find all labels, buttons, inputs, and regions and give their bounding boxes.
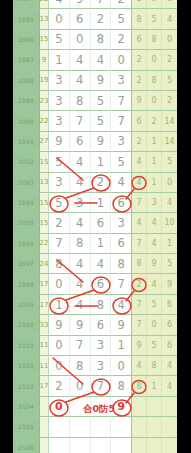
cell-digit3-2106 (91, 438, 112, 453)
cell-issue-2097: 2097 (13, 254, 40, 274)
cell-digit1-2104: 0 (49, 397, 70, 417)
cell-digit4-2097: 8 (111, 254, 132, 274)
cell-extra2-2101: 5 (147, 336, 162, 356)
cell-digit2-2106 (70, 438, 91, 453)
cell-digit2-2100: 9 (70, 315, 91, 335)
cell-digit3-2089: 5 (91, 91, 112, 111)
cell-issue-2095: 2095 (13, 213, 40, 233)
cell-digit1-2090: 3 (49, 111, 70, 131)
cell-sum-2088: 19 (40, 71, 49, 91)
cell-sum-2092: 15 (40, 152, 49, 172)
cell-digit1-2088: 3 (49, 71, 70, 91)
cell-issue-2100: 2100 (13, 315, 40, 335)
cell-digit4-2091: 3 (111, 132, 132, 152)
cell-extra1-2087: 2 (132, 50, 147, 70)
cell-digit3-2105 (91, 417, 112, 437)
cell-digit2-2094: 3 (70, 193, 91, 213)
cell-digit4-2085: 5 (111, 9, 132, 29)
cell-sum-2103: 17 (40, 376, 49, 396)
cell-extra1-2106 (132, 438, 147, 453)
cell-sum-2093: 13 (40, 173, 49, 193)
cell-extra2-2098: 4 (147, 274, 162, 294)
cell-digit1-2094: 5 (49, 193, 70, 213)
cell-sum-2099: 17 (40, 295, 49, 315)
cell-issue-2096: 2096 (13, 234, 40, 254)
cell-extra1-2102: 4 (132, 356, 147, 376)
cell-extra1-2088: 2 (132, 71, 147, 91)
cell-digit2-2102: 8 (70, 356, 91, 376)
cell-extra1-2098: 2 (132, 274, 147, 294)
cell-digit1-2093: 3 (49, 173, 70, 193)
cell-extra2-2093: 1 (147, 173, 162, 193)
cell-digit4-2090: 7 (111, 111, 132, 131)
cell-digit3-2103: 7 (91, 376, 112, 396)
cell-extra1-2086: 6 (132, 30, 147, 50)
cell-extra1-2093: 4 (132, 173, 147, 193)
cell-extra1-2092: 4 (132, 152, 147, 172)
cell-extra2-2085: 5 (147, 9, 162, 29)
cell-sum-2094: 15 (40, 193, 49, 213)
cell-issue-2092: 2092 (13, 152, 40, 172)
cell-digit4-2096: 6 (111, 234, 132, 254)
cell-digit2-2086: 0 (70, 30, 91, 50)
cell-digit3-2100: 6 (91, 315, 112, 335)
cell-digit1-2091: 9 (49, 132, 70, 152)
cell-extra2-2091: 1 (147, 132, 162, 152)
cell-extra1-2091: 2 (132, 132, 147, 152)
cell-extra2-2095: 4 (147, 213, 162, 233)
cell-sum-2102: 11 (40, 356, 49, 376)
cell-digit1-2098: 0 (49, 274, 70, 294)
cell-issue-2101: 2101 (13, 336, 40, 356)
cell-digit2-2097: 4 (70, 254, 91, 274)
cell-extra2-2103: 1 (147, 376, 162, 396)
cell-issue-2099: 2099 (13, 295, 40, 315)
cell-extra2-2100: 0 (147, 315, 162, 335)
cell-digit4-2092: 5 (111, 152, 132, 172)
cell-digit1-2105 (49, 417, 70, 437)
cell-digit3-2090: 5 (91, 111, 112, 131)
cell-extra1-2103: 8 (132, 376, 147, 396)
cell-digit1-2096: 7 (49, 234, 70, 254)
cell-digit3-2101: 3 (91, 336, 112, 356)
cell-issue-2098: 2098 (13, 274, 40, 294)
cell-extra3-2098: 9 (162, 274, 177, 294)
cell-extra1-2090: 6 (132, 111, 147, 131)
cell-digit3-2093: 2 (91, 173, 112, 193)
cell-extra2-2097: 9 (147, 254, 162, 274)
cell-issue-2106: 2106 (13, 438, 40, 453)
cell-digit3-2099: 8 (91, 295, 112, 315)
cell-issue-2088: 2088 (13, 71, 40, 91)
cell-extra2-2089: 0 (147, 91, 162, 111)
cell-digit2-2088: 4 (70, 71, 91, 91)
cell-digit4-2106 (111, 438, 132, 453)
cell-digit4-2089: 7 (111, 91, 132, 111)
cell-sum-2091: 27 (40, 132, 49, 152)
cell-digit1-2087: 1 (49, 50, 70, 70)
cell-sum-2097: 24 (40, 254, 49, 274)
cell-digit3-2096: 1 (91, 234, 112, 254)
cell-extra1-2100: 7 (132, 315, 147, 335)
cell-digit4-2084: 2 (111, 0, 132, 9)
cell-digit4-2094: 6 (111, 193, 132, 213)
cell-digit3-2084: 7 (91, 0, 112, 9)
cell-digit2-2096: 8 (70, 234, 91, 254)
cell-extra2-2094: 3 (147, 193, 162, 213)
cell-extra2-2106 (147, 438, 162, 453)
cell-sum-2089: 23 (40, 91, 49, 111)
cell-digit4-2098: 7 (111, 274, 132, 294)
cell-extra3-2101: 6 (162, 336, 177, 356)
cell-extra1-2101: 9 (132, 336, 147, 356)
cell-sum-2085: 13 (40, 9, 49, 29)
cell-sum-2087: 9 (40, 50, 49, 70)
cell-extra1-2096: 7 (132, 234, 147, 254)
cell-extra3-2089: 2 (162, 91, 177, 111)
cell-extra2-2104 (147, 397, 162, 417)
cell-issue-2102: 2102 (13, 356, 40, 376)
cell-digit2-2105 (70, 417, 91, 437)
cell-extra3-2095: 10 (162, 213, 177, 233)
cell-digit1-2106 (49, 438, 70, 453)
cell-digit3-2095: 6 (91, 213, 112, 233)
cell-extra2-2092: 1 (147, 152, 162, 172)
cell-digit3-2097: 4 (91, 254, 112, 274)
cell-digit1-2092: 5 (49, 152, 70, 172)
cell-extra1-2084: 1 (132, 0, 147, 9)
cell-issue-2103: 2103 (13, 376, 40, 396)
cell-extra2-2099: 5 (147, 295, 162, 315)
cell-digit4-2086: 2 (111, 30, 132, 50)
cell-extra3-2106 (162, 438, 177, 453)
cell-digit3-2087: 4 (91, 50, 112, 70)
cell-extra2-2090: 2 (147, 111, 162, 131)
cell-digit3-2092: 1 (91, 152, 112, 172)
cell-digit4-2103: 8 (111, 376, 132, 396)
cell-extra2-2084: 9 (147, 0, 162, 9)
cell-issue-2084: 2084 (13, 0, 40, 9)
cell-digit4-2099: 4 (111, 295, 132, 315)
cell-digit2-2098: 4 (70, 274, 91, 294)
cell-digit1-2097: 8 (49, 254, 70, 274)
trend-chart-grid: 2084224972196208513062585420861550826802… (13, 0, 177, 453)
cell-extra1-2085: 8 (132, 9, 147, 29)
cell-sum-2084: 22 (40, 0, 49, 9)
cell-extra3-2102: 4 (162, 356, 177, 376)
cell-digit2-2099: 4 (70, 295, 91, 315)
cell-digit1-2103: 2 (49, 376, 70, 396)
cell-digit4-2105 (111, 417, 132, 437)
cell-extra2-2087: 0 (147, 50, 162, 70)
cell-digit1-2101: 0 (49, 336, 70, 356)
cell-digit1-2084: 4 (49, 0, 70, 9)
cell-digit4-2102: 0 (111, 356, 132, 376)
cell-digit3-2094: 1 (91, 193, 112, 213)
cell-issue-2093: 2093 (13, 173, 40, 193)
cell-extra2-2086: 8 (147, 30, 162, 50)
cell-extra2-2105 (147, 417, 162, 437)
cell-sum-2106 (40, 438, 49, 453)
cell-extra3-2091: 14 (162, 132, 177, 152)
cell-digit4-2095: 3 (111, 213, 132, 233)
cell-extra3-2099: 6 (162, 295, 177, 315)
cell-extra3-2085: 4 (162, 9, 177, 29)
cell-issue-2086: 2086 (13, 30, 40, 50)
cell-sum-2095: 15 (40, 213, 49, 233)
cell-digit1-2086: 5 (49, 30, 70, 50)
cell-digit3-2088: 9 (91, 71, 112, 91)
cell-sum-2104 (40, 397, 49, 417)
cell-extra1-2105 (132, 417, 147, 437)
cell-digit2-2085: 6 (70, 9, 91, 29)
cell-digit4-2087: 0 (111, 50, 132, 70)
cell-extra1-2094: 7 (132, 193, 147, 213)
cell-extra3-2084: 6 (162, 0, 177, 9)
cell-extra1-2104 (132, 397, 147, 417)
cell-digit1-2100: 9 (49, 315, 70, 335)
cell-extra3-2100: 6 (162, 315, 177, 335)
cell-sum-2105 (40, 417, 49, 437)
cell-issue-2104: 2104 (13, 397, 40, 417)
cell-extra3-2105 (162, 417, 177, 437)
cell-extra3-2094: 4 (162, 193, 177, 213)
cell-sum-2100: 33 (40, 315, 49, 335)
cell-extra3-2088: 5 (162, 71, 177, 91)
cell-digit2-2091: 6 (70, 132, 91, 152)
cell-digit3-2091: 9 (91, 132, 112, 152)
cell-digit4-2088: 3 (111, 71, 132, 91)
cell-digit4-2104: 9 (111, 397, 132, 417)
cell-extra1-2095: 4 (132, 213, 147, 233)
cell-issue-2094: 2094 (13, 193, 40, 213)
cell-digit3-2102: 3 (91, 356, 112, 376)
cell-sum-2086: 15 (40, 30, 49, 50)
cell-issue-2105: 2105 (13, 417, 40, 437)
cell-digit2-2093: 4 (70, 173, 91, 193)
cell-digit2-2104 (70, 397, 91, 417)
cell-extra1-2089: 9 (132, 91, 147, 111)
cell-digit4-2093: 4 (111, 173, 132, 193)
cell-digit2-2092: 4 (70, 152, 91, 172)
cell-digit1-2085: 0 (49, 9, 70, 29)
cell-digit3-2104 (91, 397, 112, 417)
cell-extra3-2096: 1 (162, 234, 177, 254)
cell-issue-2091: 2091 (13, 132, 40, 152)
cell-extra1-2099: 7 (132, 295, 147, 315)
cell-digit2-2103: 0 (70, 376, 91, 396)
cell-digit2-2095: 4 (70, 213, 91, 233)
cell-digit1-2089: 3 (49, 91, 70, 111)
cell-extra3-2086: 0 (162, 30, 177, 50)
cell-digit2-2084: 9 (70, 0, 91, 9)
cell-digit3-2086: 8 (91, 30, 112, 50)
cell-digit1-2099: 1 (49, 295, 70, 315)
cell-digit2-2087: 4 (70, 50, 91, 70)
cell-digit2-2089: 8 (70, 91, 91, 111)
cell-sum-2096: 22 (40, 234, 49, 254)
cell-digit1-2102: 0 (49, 356, 70, 376)
cell-extra3-2092: 5 (162, 152, 177, 172)
cell-sum-2098: 17 (40, 274, 49, 294)
cell-issue-2089: 2089 (13, 91, 40, 111)
cell-issue-2087: 2087 (13, 50, 40, 70)
cell-extra3-2087: 2 (162, 50, 177, 70)
cell-sum-2101: 11 (40, 336, 49, 356)
cell-issue-2085: 2085 (13, 9, 40, 29)
cell-sum-2090: 22 (40, 111, 49, 131)
cell-extra3-2090: 14 (162, 111, 177, 131)
cell-extra2-2088: 8 (147, 71, 162, 91)
cell-digit3-2098: 6 (91, 274, 112, 294)
cell-digit2-2101: 7 (70, 336, 91, 356)
cell-issue-2090: 2090 (13, 111, 40, 131)
cell-extra2-2102: 8 (147, 356, 162, 376)
cell-digit1-2095: 2 (49, 213, 70, 233)
cell-extra3-2093: 0 (162, 173, 177, 193)
cell-extra3-2097: 5 (162, 254, 177, 274)
cell-extra3-2103: 4 (162, 376, 177, 396)
cell-extra3-2104 (162, 397, 177, 417)
cell-digit4-2101: 1 (111, 336, 132, 356)
cell-digit4-2100: 9 (111, 315, 132, 335)
cell-digit2-2090: 7 (70, 111, 91, 131)
cell-extra2-2096: 4 (147, 234, 162, 254)
cell-digit3-2085: 2 (91, 9, 112, 29)
cell-extra1-2097: 8 (132, 254, 147, 274)
